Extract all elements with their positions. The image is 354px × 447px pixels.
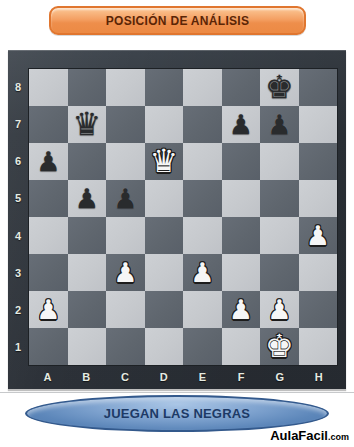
- square-c3: ♟: [106, 254, 145, 291]
- square-c7: [106, 106, 145, 143]
- square-g8: ♚: [260, 69, 299, 106]
- square-f2: ♟: [222, 291, 261, 328]
- square-b1: [68, 328, 107, 365]
- square-d5: [145, 180, 184, 217]
- square-h5: [299, 180, 338, 217]
- square-c8: [106, 69, 145, 106]
- black-pawn-g7: ♟: [267, 111, 291, 138]
- square-g2: ♟: [260, 291, 299, 328]
- board-base-line: [0, 392, 354, 393]
- chess-board-frame: 87654321 ♚♛♟♟♟♛♟♟♟♟♟♟♟♟♚ ABCDEFGH: [8, 50, 346, 389]
- rank-label-7: 7: [8, 105, 28, 142]
- square-e8: [183, 69, 222, 106]
- square-c4: [106, 217, 145, 254]
- square-e2: [183, 291, 222, 328]
- white-king-g1: ♚: [265, 330, 294, 362]
- black-pawn-b5: ♟: [75, 185, 99, 212]
- square-d4: [145, 217, 184, 254]
- square-a7: [29, 106, 68, 143]
- square-b6: [68, 143, 107, 180]
- square-h6: [299, 143, 338, 180]
- square-a1: [29, 328, 68, 365]
- square-d7: [145, 106, 184, 143]
- white-pawn-e3: ♟: [190, 259, 214, 286]
- square-b5: ♟: [68, 180, 107, 217]
- black-pawn-a6: ♟: [36, 148, 60, 175]
- square-g4: [260, 217, 299, 254]
- square-f8: [222, 69, 261, 106]
- square-b8: [68, 69, 107, 106]
- square-d6: ♛: [145, 143, 184, 180]
- file-label-c: C: [106, 366, 145, 388]
- square-d8: [145, 69, 184, 106]
- black-king-g8: ♚: [265, 71, 294, 103]
- position-banner: POSICIÓN DE ANÁLISIS: [49, 6, 306, 35]
- file-label-a: A: [28, 366, 67, 388]
- square-f7: ♟: [222, 106, 261, 143]
- square-g6: [260, 143, 299, 180]
- square-f1: [222, 328, 261, 365]
- square-b7: ♛: [68, 106, 107, 143]
- file-label-f: F: [222, 366, 261, 388]
- square-h1: [299, 328, 338, 365]
- white-queen-d6: ♛: [149, 145, 178, 177]
- banner-title: POSICIÓN DE ANÁLISIS: [106, 14, 250, 28]
- square-e7: [183, 106, 222, 143]
- analysis-diagram: POSICIÓN DE ANÁLISIS 87654321 ♚♛♟♟♟♛♟♟♟♟…: [0, 0, 354, 447]
- square-a3: [29, 254, 68, 291]
- square-a2: ♟: [29, 291, 68, 328]
- chess-board: ♚♛♟♟♟♛♟♟♟♟♟♟♟♟♚: [28, 68, 338, 366]
- square-g3: [260, 254, 299, 291]
- square-e5: [183, 180, 222, 217]
- white-pawn-a2: ♟: [36, 296, 60, 323]
- file-labels: ABCDEFGH: [28, 366, 338, 388]
- square-h3: [299, 254, 338, 291]
- square-a6: ♟: [29, 143, 68, 180]
- brand-name: AulaFacil: [270, 428, 328, 443]
- square-g1: ♚: [260, 328, 299, 365]
- square-c1: [106, 328, 145, 365]
- square-b3: [68, 254, 107, 291]
- file-label-g: G: [261, 366, 300, 388]
- square-c6: [106, 143, 145, 180]
- square-c2: [106, 291, 145, 328]
- square-e4: [183, 217, 222, 254]
- square-h4: ♟: [299, 217, 338, 254]
- white-pawn-h4: ♟: [306, 222, 330, 249]
- square-e1: [183, 328, 222, 365]
- square-c5: ♟: [106, 180, 145, 217]
- square-e3: ♟: [183, 254, 222, 291]
- white-pawn-c3: ♟: [113, 259, 137, 286]
- turn-indicator-badge: JUEGAN LAS NEGRAS: [25, 395, 329, 432]
- square-b4: [68, 217, 107, 254]
- turn-indicator-label: JUEGAN LAS NEGRAS: [104, 406, 250, 421]
- square-d1: [145, 328, 184, 365]
- brand-logo: AulaFacil.com: [270, 428, 349, 443]
- square-g7: ♟: [260, 106, 299, 143]
- brand-tld: .com: [328, 432, 349, 442]
- square-h7: [299, 106, 338, 143]
- square-e6: [183, 143, 222, 180]
- rank-label-6: 6: [8, 143, 28, 180]
- square-a8: [29, 69, 68, 106]
- rank-label-3: 3: [8, 254, 28, 291]
- square-h2: [299, 291, 338, 328]
- file-label-d: D: [144, 366, 183, 388]
- square-g5: [260, 180, 299, 217]
- white-pawn-f2: ♟: [229, 296, 253, 323]
- black-pawn-f7: ♟: [229, 111, 253, 138]
- square-h8: [299, 69, 338, 106]
- rank-label-8: 8: [8, 68, 28, 105]
- rank-label-2: 2: [8, 292, 28, 329]
- square-f3: [222, 254, 261, 291]
- square-d2: [145, 291, 184, 328]
- black-queen-b7: ♛: [72, 108, 101, 140]
- rank-label-4: 4: [8, 217, 28, 254]
- file-label-b: B: [67, 366, 106, 388]
- square-f4: [222, 217, 261, 254]
- square-d3: [145, 254, 184, 291]
- square-b2: [68, 291, 107, 328]
- black-pawn-c5: ♟: [113, 185, 137, 212]
- square-f6: [222, 143, 261, 180]
- rank-labels: 87654321: [8, 68, 28, 366]
- square-f5: [222, 180, 261, 217]
- file-label-e: E: [183, 366, 222, 388]
- file-label-h: H: [299, 366, 338, 388]
- square-a5: [29, 180, 68, 217]
- white-pawn-g2: ♟: [267, 296, 291, 323]
- rank-label-5: 5: [8, 180, 28, 217]
- square-a4: [29, 217, 68, 254]
- rank-label-1: 1: [8, 329, 28, 366]
